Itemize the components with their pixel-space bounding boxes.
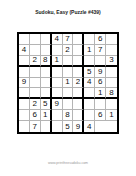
sudoku-cell-r5c6: 2 [73,78,84,89]
sudoku-cell-r3c2: 2 [30,56,41,67]
sudoku-cell-r4c4 [52,67,63,78]
sudoku-cell-r3c7 [84,56,95,67]
sudoku-cell-r6c2 [30,88,41,99]
sudoku-cell-r4c6 [73,67,84,78]
sudoku-cell-r8c4 [52,110,63,121]
sudoku-cell-r1c1 [19,34,30,45]
sudoku-cell-r1c7 [84,34,95,45]
sudoku-cell-r3c9: 3 [106,56,117,67]
sudoku-cell-r9c6: 9 [73,121,84,132]
sudoku-cell-r7c5 [63,99,74,110]
sudoku-cell-r5c3 [41,78,52,89]
sudoku-cell-r1c9 [106,34,117,45]
sudoku-cell-r2c8: 7 [95,45,106,56]
sudoku-cell-r5c7: 4 [84,78,95,89]
sudoku-cell-r3c3: 8 [41,56,52,67]
sudoku-cell-r7c3: 5 [41,99,52,110]
sudoku-cell-r6c9: 8 [106,88,117,99]
sudoku-cell-r6c1 [19,88,30,99]
sudoku-cell-r5c4 [52,78,63,89]
sudoku-cell-r3c6 [73,56,84,67]
sudoku-cell-r5c9 [106,78,117,89]
sudoku-cell-r2c4 [52,45,63,56]
sudoku-grid: 47642172813599124618259618617594 [17,32,119,134]
sudoku-cell-r7c4: 9 [52,99,63,110]
sudoku-cell-r8c2: 6 [30,110,41,121]
page-title: Sudoku, Easy (Puzzle #439) [35,9,101,15]
sudoku-cell-r3c4: 1 [52,56,63,67]
sudoku-cell-r1c5: 7 [63,34,74,45]
sudoku-cell-r7c2: 2 [30,99,41,110]
sudoku-cell-r1c8: 6 [95,34,106,45]
sudoku-cell-r9c3 [41,121,52,132]
sudoku-cell-r4c9 [106,67,117,78]
sudoku-cell-r4c2 [30,67,41,78]
sudoku-cell-r9c5: 5 [63,121,74,132]
sudoku-cell-r1c2 [30,34,41,45]
sudoku-cell-r7c6 [73,99,84,110]
sudoku-cell-r9c7: 4 [84,121,95,132]
sudoku-cell-r2c6 [73,45,84,56]
sudoku-cell-r8c3: 1 [41,110,52,121]
sudoku-cell-r2c5: 2 [63,45,74,56]
sudoku-cell-r5c8: 6 [95,78,106,89]
sudoku-cell-r3c1 [19,56,30,67]
sudoku-cell-r4c8: 9 [95,67,106,78]
sudoku-cell-r4c1 [19,67,30,78]
sudoku-cell-r9c4 [52,121,63,132]
sudoku-cell-r6c8: 1 [95,88,106,99]
sudoku-cell-r6c6 [73,88,84,99]
footer-url: www.printfreesudoku.com [48,161,88,165]
sudoku-cell-r8c8: 6 [95,110,106,121]
sudoku-cell-r8c6 [73,110,84,121]
sudoku-cell-r3c5 [63,56,74,67]
sudoku-cell-r2c2 [30,45,41,56]
sudoku-cell-r9c1 [19,121,30,132]
sudoku-cell-r7c9 [106,99,117,110]
sudoku-cell-r6c7 [84,88,95,99]
sudoku-cell-r7c8 [95,99,106,110]
sudoku-cell-r9c2: 7 [30,121,41,132]
sudoku-cell-r5c1: 9 [19,78,30,89]
sudoku-cell-r3c8 [95,56,106,67]
sudoku-cell-r2c1: 4 [19,45,30,56]
sudoku-cell-r8c7 [84,110,95,121]
sudoku-cell-r6c3 [41,88,52,99]
sudoku-cell-r8c5: 8 [63,110,74,121]
sudoku-cell-r7c7 [84,99,95,110]
sudoku-cell-r4c5 [63,67,74,78]
sudoku-cell-r1c3 [41,34,52,45]
sudoku-cell-r2c7: 1 [84,45,95,56]
sudoku-cell-r4c3 [41,67,52,78]
sudoku-cell-r5c5: 1 [63,78,74,89]
sudoku-cell-r7c1 [19,99,30,110]
sudoku-cell-r6c5 [63,88,74,99]
sudoku-cell-r6c4 [52,88,63,99]
sudoku-cell-r5c2 [30,78,41,89]
sudoku-cell-r4c7: 5 [84,67,95,78]
sudoku-cell-r1c6 [73,34,84,45]
sudoku-cell-r2c3 [41,45,52,56]
sudoku-cell-r2c9 [106,45,117,56]
sudoku-cell-r8c1 [19,110,30,121]
sudoku-puzzle-page: Sudoku, Easy (Puzzle #439) 4764217281359… [0,0,136,176]
sudoku-cell-r8c9: 1 [106,110,117,121]
sudoku-cell-r1c4: 4 [52,34,63,45]
